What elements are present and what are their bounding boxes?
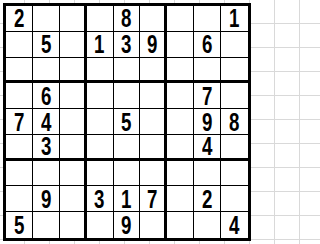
cell-r2c9[interactable] [221, 32, 248, 58]
cell-r5c3[interactable] [60, 109, 87, 135]
cell-r8c6[interactable]: 7 [140, 186, 167, 212]
cell-r6c9[interactable] [221, 135, 248, 161]
cell-r8c7[interactable] [167, 186, 194, 212]
cell-r3c9[interactable] [221, 58, 248, 84]
cell-r1c8[interactable] [194, 6, 221, 32]
digit: 1 [229, 6, 239, 31]
cell-r6c6[interactable] [140, 135, 167, 161]
cell-r7c9[interactable] [221, 161, 248, 187]
digit: 4 [41, 109, 51, 134]
cell-r9c9[interactable]: 4 [221, 212, 248, 238]
cell-r1c9[interactable]: 1 [221, 6, 248, 32]
cell-r7c7[interactable] [167, 161, 194, 187]
cell-r1c2[interactable] [33, 6, 60, 32]
cell-r2c5[interactable]: 3 [114, 32, 141, 58]
cell-r2c4[interactable]: 1 [87, 32, 114, 58]
cell-r8c3[interactable] [60, 186, 87, 212]
cell-r3c4[interactable] [87, 58, 114, 84]
digit: 3 [94, 186, 104, 211]
cell-r3c8[interactable] [194, 58, 221, 84]
digit: 8 [229, 109, 239, 134]
cell-r8c1[interactable] [6, 186, 33, 212]
cell-r7c2[interactable] [33, 161, 60, 187]
cell-r2c3[interactable] [60, 32, 87, 58]
cell-r4c6[interactable] [140, 83, 167, 109]
cell-r4c4[interactable] [87, 83, 114, 109]
cell-r5c8[interactable]: 9 [194, 109, 221, 135]
cell-r9c1[interactable]: 5 [6, 212, 33, 238]
cell-r4c7[interactable] [167, 83, 194, 109]
cell-r1c1[interactable]: 2 [6, 6, 33, 32]
cell-r5c5[interactable]: 5 [114, 109, 141, 135]
cell-r8c8[interactable]: 2 [194, 186, 221, 212]
digit: 7 [147, 186, 157, 211]
digit: 4 [229, 212, 239, 238]
cell-r9c8[interactable] [194, 212, 221, 238]
cell-r6c5[interactable] [114, 135, 141, 161]
digit: 7 [14, 109, 24, 134]
cell-r1c6[interactable] [140, 6, 167, 32]
cell-r2c7[interactable] [167, 32, 194, 58]
cell-r1c5[interactable]: 8 [114, 6, 141, 32]
cell-r6c7[interactable] [167, 135, 194, 161]
cell-r4c5[interactable] [114, 83, 141, 109]
cell-r6c3[interactable] [60, 135, 87, 161]
cell-r7c6[interactable] [140, 161, 167, 187]
digit: 9 [121, 212, 131, 238]
digit: 6 [202, 32, 212, 57]
cell-r8c5[interactable]: 1 [114, 186, 141, 212]
cell-r9c3[interactable] [60, 212, 87, 238]
cell-r3c2[interactable] [33, 58, 60, 84]
cell-r8c4[interactable]: 3 [87, 186, 114, 212]
cell-r7c5[interactable] [114, 161, 141, 187]
digit: 6 [41, 83, 51, 108]
cell-r4c2[interactable]: 6 [33, 83, 60, 109]
cell-r7c3[interactable] [60, 161, 87, 187]
digit: 5 [121, 109, 131, 134]
cell-r3c5[interactable] [114, 58, 141, 84]
cell-r5c7[interactable] [167, 109, 194, 135]
cell-r2c8[interactable]: 6 [194, 32, 221, 58]
cell-r5c9[interactable]: 8 [221, 109, 248, 135]
cell-r2c6[interactable]: 9 [140, 32, 167, 58]
cell-r6c8[interactable]: 4 [194, 135, 221, 161]
cell-r3c3[interactable] [60, 58, 87, 84]
cell-r3c7[interactable] [167, 58, 194, 84]
cell-r4c3[interactable] [60, 83, 87, 109]
spreadsheet-canvas: { "game": "sudoku", "board": { "rows": 9… [0, 0, 254, 244]
digit: 9 [147, 32, 157, 57]
cell-r8c2[interactable]: 9 [33, 186, 60, 212]
digit: 3 [121, 32, 131, 57]
digit: 3 [41, 135, 51, 159]
cell-r3c6[interactable] [140, 58, 167, 84]
cell-r5c1[interactable]: 7 [6, 109, 33, 135]
digit: 9 [202, 109, 212, 134]
cell-r5c2[interactable]: 4 [33, 109, 60, 135]
digit: 1 [121, 186, 131, 211]
digit: 7 [202, 83, 212, 108]
cell-r8c9[interactable] [221, 186, 248, 212]
cell-r4c1[interactable] [6, 83, 33, 109]
cell-r6c1[interactable] [6, 135, 33, 161]
cell-r6c2[interactable]: 3 [33, 135, 60, 161]
cell-r7c8[interactable] [194, 161, 221, 187]
digit: 1 [94, 32, 104, 57]
cell-r9c2[interactable] [33, 212, 60, 238]
digit: 9 [41, 186, 51, 211]
digit: 5 [41, 32, 51, 57]
cell-r4c9[interactable] [221, 83, 248, 109]
cell-r9c6[interactable] [140, 212, 167, 238]
cell-r9c7[interactable] [167, 212, 194, 238]
cell-r2c1[interactable] [6, 32, 33, 58]
cell-r4c8[interactable]: 7 [194, 83, 221, 109]
cell-r1c7[interactable] [167, 6, 194, 32]
cell-r3c1[interactable] [6, 58, 33, 84]
sudoku-board: 2815139667745983493172594 [3, 3, 251, 241]
digit: 2 [202, 186, 212, 211]
cell-r7c4[interactable] [87, 161, 114, 187]
cell-r9c5[interactable]: 9 [114, 212, 141, 238]
cell-r6c4[interactable] [87, 135, 114, 161]
cell-r1c3[interactable] [60, 6, 87, 32]
cell-r1c4[interactable] [87, 6, 114, 32]
digit: 8 [121, 6, 131, 31]
digit: 5 [14, 212, 24, 238]
cell-r2c2[interactable]: 5 [33, 32, 60, 58]
digit: 2 [14, 6, 24, 31]
cell-r5c6[interactable] [140, 109, 167, 135]
cell-r9c4[interactable] [87, 212, 114, 238]
digit: 4 [202, 135, 212, 159]
cell-r7c1[interactable] [6, 161, 33, 187]
cell-r5c4[interactable] [87, 109, 114, 135]
